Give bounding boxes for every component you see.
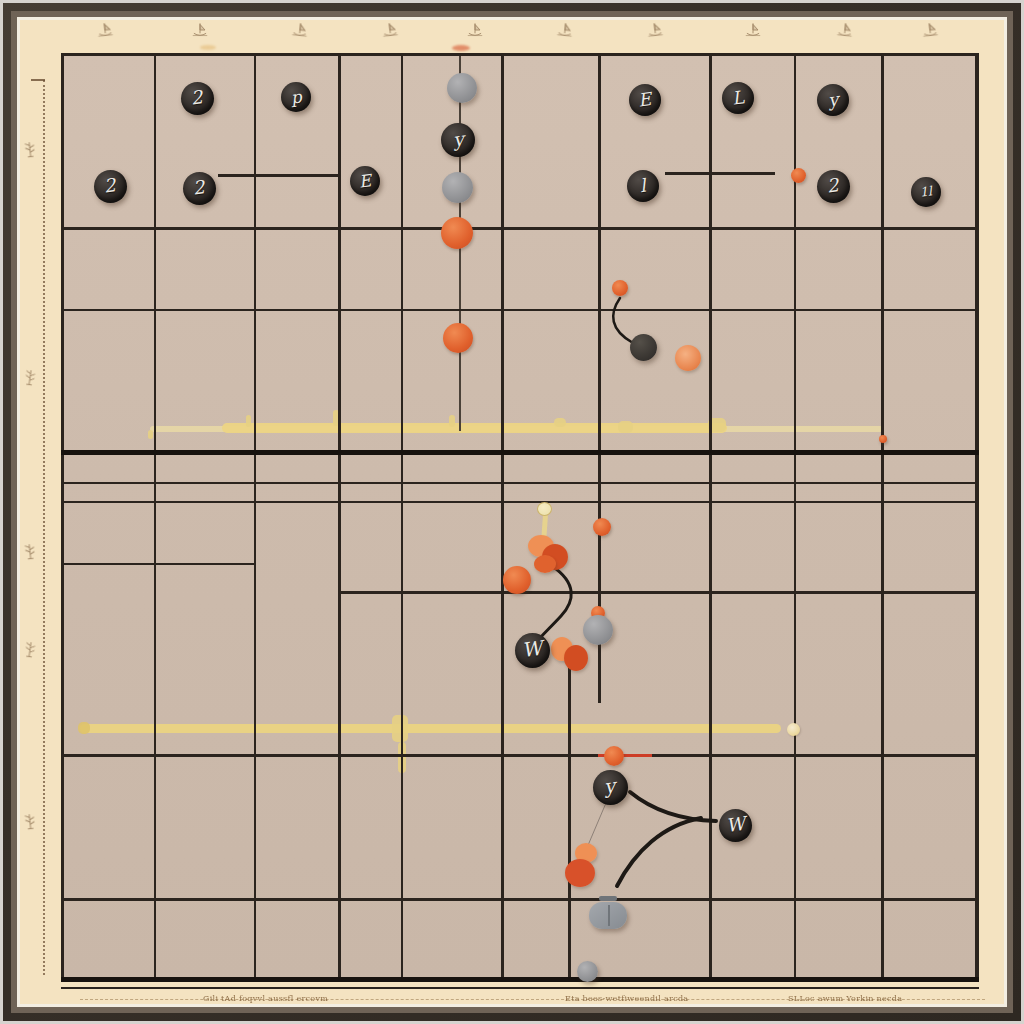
stone-glyph: l [639,177,647,196]
board-cell-f4r2[interactable] [340,228,402,310]
gray-pill-piece[interactable] [589,902,627,929]
board-cell-f1r8[interactable] [63,755,155,899]
stone-glyph: p [290,88,303,106]
board-cell-f4r8[interactable] [340,755,402,899]
black-stone-piece[interactable]: y [593,770,628,805]
board-cell-f4r5[interactable] [340,483,402,502]
board-cell-f9r8[interactable] [795,755,882,899]
stone-glyph: y [451,130,464,150]
board-cell-f3r9[interactable] [255,899,340,980]
black-stone-piece[interactable]: 2 [817,170,850,203]
board-cell-f3r6[interactable] [255,502,340,592]
black-stone-piece[interactable]: y [441,123,475,157]
board-cell-f5r5[interactable] [402,483,502,502]
black-stone-piece[interactable]: E [629,84,661,116]
pin-head [537,502,552,516]
board-cell-f8r4[interactable] [710,452,795,483]
black-stone-piece[interactable]: p [281,82,311,112]
orange-stone-piece[interactable] [791,168,806,183]
board-cell-f4r3[interactable] [340,310,402,452]
board-cell-f3r5[interactable] [255,483,340,502]
board-cell-f10r2[interactable] [882,228,978,310]
board-cell-f9r5[interactable] [795,483,882,502]
board-cell-f6r1[interactable] [502,55,600,228]
board-cell-f4r6[interactable] [340,502,402,592]
board-cell-f1r4[interactable] [63,452,155,483]
board-cell-f4r1[interactable] [340,55,402,228]
board-cell-f3r4[interactable] [255,452,340,483]
board-cell-f7r2[interactable] [600,228,710,310]
board-cell-f8r2[interactable] [710,228,795,310]
board-cell-f8r5[interactable] [710,483,795,502]
board-cell-f5r6[interactable] [402,502,502,592]
orange-lobe [564,645,588,671]
board-cell-f5r7[interactable] [402,592,502,755]
stone-glyph: y [827,90,840,109]
orange-cluster-piece[interactable] [525,531,569,575]
board-cell-f6r5[interactable] [502,483,600,502]
orange-lobe [565,859,595,887]
board-cell-f10r5[interactable] [882,483,978,502]
board-cell-f2r8[interactable] [155,755,255,899]
stone-glyph: E [358,172,372,190]
pill-seam [608,905,610,926]
black-stone-piece[interactable]: 2 [183,172,216,205]
board-cell-f6r3[interactable] [502,310,600,452]
board-cell-f2r4[interactable] [155,452,255,483]
footer-caption-right: SLLoc awum Yorkin necda [788,994,902,1003]
board-cell-f2r6[interactable] [155,502,255,592]
board-cell-f4r7[interactable] [340,592,402,755]
black-stone-piece[interactable]: W [515,633,550,668]
footer-caption-left: Gili tAd foqvvl aussfl ercovm [203,994,328,1003]
board-cell-f10r6[interactable] [882,502,978,592]
board-cell-f9r2[interactable] [795,228,882,310]
board-cell-f3r2[interactable] [255,228,340,310]
orange-stone-piece[interactable] [441,217,473,249]
board-cell-f8r6[interactable] [710,502,795,592]
board-cell-f2r9[interactable] [155,899,255,980]
orange-stone-piece[interactable] [443,323,473,353]
orange-stone-piece[interactable] [675,345,701,371]
board-cell-f9r6[interactable] [795,502,882,592]
board-cell-f1r9[interactable] [63,899,155,980]
board-cell-f1r5[interactable] [63,483,155,502]
board-cell-f1r2[interactable] [63,228,155,310]
stone-glyph: 2 [103,176,117,196]
black-stone-piece[interactable]: L [722,82,754,114]
black-stone-piece[interactable]: E [350,166,380,196]
orange-stone-piece[interactable] [604,746,624,766]
black-stone-piece[interactable]: l [627,170,659,202]
stone-glyph: 2 [192,178,206,198]
board-cell-f3r1[interactable] [255,55,340,228]
board-cell-f10r4[interactable] [882,452,978,483]
board-cell-f7r7[interactable] [600,592,710,755]
orange-stone-piece[interactable] [593,518,611,536]
footer-caption-middle: Eta bees-wetfiweendil arcda [565,994,688,1003]
stone-glyph: E [637,90,652,110]
black-plain-stone-piece[interactable] [630,334,657,361]
gray-stone-piece[interactable] [577,961,598,982]
board-cell-f2r3[interactable] [155,310,255,452]
stone-glyph: L [731,88,745,107]
board-cell-f9r9[interactable] [795,899,882,980]
board-cell-f10r9[interactable] [882,899,978,980]
board-cell-f3r8[interactable] [255,755,340,899]
board-cell-f8r3[interactable] [710,310,795,452]
board-cell-f7r3[interactable] [600,310,710,452]
board-cell-f10r7[interactable] [882,592,978,755]
stone-glyph: W [724,815,745,836]
page-background: 2p22EyELyl21lWyW Gili tAd foqvvl aussfl … [0,0,1024,1024]
stone-glyph: W [521,639,544,661]
stone-glyph: 2 [826,176,840,196]
board-cell-f10r8[interactable] [882,755,978,899]
orange-stone-piece[interactable] [879,435,887,443]
board-cell-f2r2[interactable] [155,228,255,310]
board-cell-f7r5[interactable] [600,483,710,502]
board-cell-f3r3[interactable] [255,310,340,452]
stone-glyph: y [603,777,617,798]
board-cell-f9r3[interactable] [795,310,882,452]
board-cell-f7r4[interactable] [600,452,710,483]
board-cell-f4r9[interactable] [340,899,402,980]
board-cell-f6r4[interactable] [502,452,600,483]
board-cell-f7r1[interactable] [600,55,710,228]
board-cell-f8r1[interactable] [710,55,795,228]
board-cell-f2r5[interactable] [155,483,255,502]
board-cell-f9r4[interactable] [795,452,882,483]
board-cell-f5r4[interactable] [402,452,502,483]
board-cell-f8r7[interactable] [710,592,795,755]
board-cell-f3r7[interactable] [255,592,340,755]
black-stone-piece[interactable]: W [719,809,752,842]
board-cell-f1r6[interactable] [63,502,155,592]
black-stone-piece[interactable]: 2 [94,170,127,203]
board-cell-f1r7[interactable] [63,592,155,755]
black-stone-piece[interactable]: 2 [181,82,214,115]
gray-stone-piece[interactable] [442,172,473,203]
black-stone-piece[interactable]: y [817,84,849,116]
board-cell-f10r3[interactable] [882,310,978,452]
board-cell-f5r8[interactable] [402,755,502,899]
orange-lobe [534,555,556,573]
yellow-dot-stone-piece[interactable] [787,723,800,736]
black-stone-piece[interactable]: 1l [911,177,941,207]
board-cell-f4r4[interactable] [340,452,402,483]
pill-tab [599,896,617,901]
board-cell-f5r9[interactable] [402,899,502,980]
board-cell-f9r7[interactable] [795,592,882,755]
board-cell-f2r7[interactable] [155,592,255,755]
orange-cluster-piece[interactable] [561,842,605,886]
orange-stone-piece[interactable] [503,566,531,594]
stone-glyph: 1l [919,185,933,199]
orange-stone-piece[interactable] [612,280,628,296]
stone-glyph: 2 [190,88,204,108]
board-cell-f6r2[interactable] [502,228,600,310]
board-cell-f7r6[interactable] [600,502,710,592]
board-cell-f1r3[interactable] [63,310,155,452]
orange-cluster-piece[interactable] [548,633,592,677]
gray-stone-piece[interactable] [447,73,477,103]
board-cell-f8r9[interactable] [710,899,795,980]
